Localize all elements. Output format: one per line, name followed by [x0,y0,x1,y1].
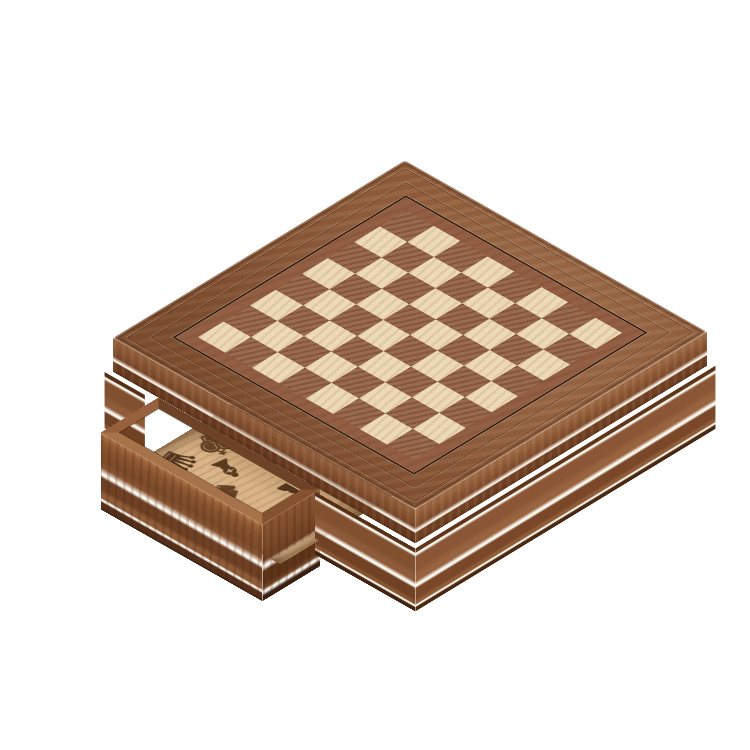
board-square-4-4 [384,335,437,366]
board-square-5-7 [439,397,492,428]
board-square-7-3 [279,367,332,398]
board-square-4-7 [465,381,518,412]
board-square-2-6 [490,334,543,365]
board-square-3-6 [464,350,517,381]
board-square-3-7 [491,365,544,396]
board-square-5-5 [385,366,438,397]
board-square-2-7 [517,349,570,380]
board-square-6-7 [413,413,466,444]
chess-storage-box: ♚♝♛♟♞♟♜♝♟♟♟♟♟ [113,160,707,509]
board-square-7-5 [333,398,386,429]
board-square-5-4 [358,351,411,382]
board-square-6-4 [332,367,385,398]
board-square-7-4 [306,383,359,414]
board-square-4-6 [438,366,491,397]
board-square-6-2 [278,336,331,367]
board-square-7-1 [225,337,278,368]
board-square-6-5 [359,382,412,413]
board-square-3-5 [437,334,490,365]
board-square-4-5 [411,350,464,381]
board-square-5-6 [412,381,465,412]
board-square-7-6 [360,413,413,444]
board-square-5-3 [331,336,384,367]
chess-box-product-photo: ♚♝♛♟♞♟♜♝♟♟♟♟♟ [0,0,750,750]
board-square-6-6 [386,397,439,428]
board-square-6-3 [305,351,358,382]
board-square-7-2 [252,352,305,383]
board-square-1-7 [543,333,596,364]
board-square-7-7 [387,429,440,460]
